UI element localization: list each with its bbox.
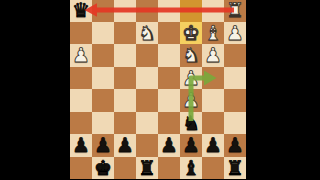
square-h8[interactable] (70, 157, 92, 180)
square-g6[interactable] (92, 112, 114, 135)
square-a8[interactable]: ♜ (224, 157, 246, 180)
piece-black-rook[interactable]: ♜ (226, 157, 244, 177)
square-d5[interactable] (158, 89, 180, 112)
square-g8[interactable]: ♚ (92, 157, 114, 180)
square-f5[interactable] (114, 89, 136, 112)
piece-black-queen[interactable]: ♛ (72, 0, 90, 20)
square-b1[interactable] (202, 0, 224, 22)
square-b6[interactable] (202, 112, 224, 135)
piece-black-pawn[interactable]: ♟ (72, 135, 90, 155)
square-a4[interactable] (224, 67, 246, 90)
piece-black-pawn[interactable]: ♟ (182, 135, 200, 155)
square-h6[interactable] (70, 112, 92, 135)
square-e5[interactable] (136, 89, 158, 112)
piece-white-pawn[interactable]: ♟ (182, 67, 200, 87)
square-b2[interactable]: ♝ (202, 22, 224, 45)
square-h5[interactable] (70, 89, 92, 112)
piece-black-knight[interactable]: ♞ (182, 112, 200, 132)
square-b4[interactable] (202, 67, 224, 90)
square-g1[interactable] (92, 0, 114, 22)
square-a7[interactable]: ♟ (224, 134, 246, 157)
square-c3[interactable]: ♞ (180, 44, 202, 67)
piece-black-king[interactable]: ♚ (94, 157, 112, 177)
square-b8[interactable] (202, 157, 224, 180)
square-a2[interactable]: ♟ (224, 22, 246, 45)
square-d8[interactable] (158, 157, 180, 180)
square-h4[interactable] (70, 67, 92, 90)
square-b5[interactable] (202, 89, 224, 112)
square-a6[interactable] (224, 112, 246, 135)
square-g4[interactable] (92, 67, 114, 90)
square-f3[interactable] (114, 44, 136, 67)
piece-black-bishop[interactable]: ♝ (182, 157, 200, 177)
square-e2[interactable]: ♞ (136, 22, 158, 45)
square-f7[interactable]: ♟ (114, 134, 136, 157)
square-c6[interactable]: ♞ (180, 112, 202, 135)
square-c4[interactable]: ♟ (180, 67, 202, 90)
square-h3[interactable]: ♟ (70, 44, 92, 67)
square-d6[interactable] (158, 112, 180, 135)
square-f4[interactable] (114, 67, 136, 90)
piece-white-knight[interactable]: ♞ (138, 22, 156, 42)
square-e3[interactable] (136, 44, 158, 67)
piece-white-pawn[interactable]: ♟ (182, 90, 200, 110)
piece-white-bishop[interactable]: ♝ (204, 22, 222, 42)
piece-white-king[interactable]: ♚ (182, 22, 200, 42)
square-g3[interactable] (92, 44, 114, 67)
square-g7[interactable]: ♟ (92, 134, 114, 157)
piece-white-pawn[interactable]: ♟ (204, 45, 222, 65)
chess-board: ♛♜♞♚♝♟♟♞♟♟♟♞♟♟♟♟♟♟♟♚♜♝♜ (70, 0, 246, 179)
square-e1[interactable] (136, 0, 158, 22)
square-c5[interactable]: ♟ (180, 89, 202, 112)
square-b7[interactable]: ♟ (202, 134, 224, 157)
piece-white-pawn[interactable]: ♟ (72, 45, 90, 65)
square-c1[interactable] (180, 0, 202, 22)
square-a5[interactable] (224, 89, 246, 112)
square-e7[interactable] (136, 134, 158, 157)
square-f8[interactable] (114, 157, 136, 180)
square-f6[interactable] (114, 112, 136, 135)
square-d2[interactable] (158, 22, 180, 45)
square-e6[interactable] (136, 112, 158, 135)
square-d3[interactable] (158, 44, 180, 67)
square-h1[interactable]: ♛ (70, 0, 92, 22)
video-frame: ♛♜♞♚♝♟♟♞♟♟♟♞♟♟♟♟♟♟♟♚♜♝♜ (0, 0, 320, 180)
square-c2[interactable]: ♚ (180, 22, 202, 45)
piece-white-pawn[interactable]: ♟ (226, 22, 244, 42)
piece-black-pawn[interactable]: ♟ (160, 135, 178, 155)
piece-black-pawn[interactable]: ♟ (204, 135, 222, 155)
square-e8[interactable]: ♜ (136, 157, 158, 180)
square-a3[interactable] (224, 44, 246, 67)
piece-black-pawn[interactable]: ♟ (116, 135, 134, 155)
square-f1[interactable] (114, 0, 136, 22)
square-e4[interactable] (136, 67, 158, 90)
square-g2[interactable] (92, 22, 114, 45)
piece-black-pawn[interactable]: ♟ (226, 135, 244, 155)
square-d7[interactable]: ♟ (158, 134, 180, 157)
square-d1[interactable] (158, 0, 180, 22)
square-c8[interactable]: ♝ (180, 157, 202, 180)
piece-white-rook[interactable]: ♜ (226, 0, 244, 20)
square-f2[interactable] (114, 22, 136, 45)
square-d4[interactable] (158, 67, 180, 90)
square-a1[interactable]: ♜ (224, 0, 246, 22)
piece-white-knight[interactable]: ♞ (182, 45, 200, 65)
square-b3[interactable]: ♟ (202, 44, 224, 67)
piece-black-pawn[interactable]: ♟ (94, 135, 112, 155)
square-h7[interactable]: ♟ (70, 134, 92, 157)
piece-black-rook[interactable]: ♜ (138, 157, 156, 177)
square-g5[interactable] (92, 89, 114, 112)
square-c7[interactable]: ♟ (180, 134, 202, 157)
square-h2[interactable] (70, 22, 92, 45)
